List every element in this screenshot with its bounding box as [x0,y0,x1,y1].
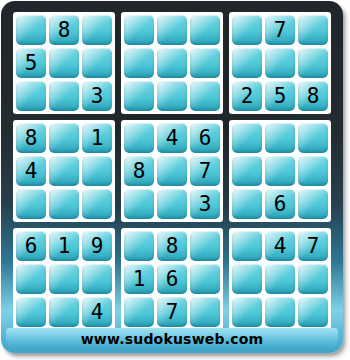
cell-r5c3[interactable] [82,156,112,186]
box-2 [121,12,223,114]
cell-r9c8[interactable] [265,297,295,327]
cell-r7c4[interactable] [124,231,154,261]
box-5: 46873 [121,120,223,222]
box-3: 7258 [229,12,331,114]
cell-r3c3[interactable]: 3 [82,81,112,111]
cell-r3c8[interactable]: 5 [265,81,295,111]
cell-r7c7[interactable] [232,231,262,261]
cell-r8c6[interactable] [190,264,220,294]
cell-r7c1[interactable]: 6 [16,231,46,261]
cell-r1c2[interactable]: 8 [49,15,79,45]
cell-r7c5[interactable]: 8 [157,231,187,261]
cell-r4c2[interactable] [49,123,79,153]
cell-r4c3[interactable]: 1 [82,123,112,153]
sudoku-page: 85372588144687366194816747 www.sudokuswe… [0,0,350,360]
cell-r1c5[interactable] [157,15,187,45]
cell-r5c5[interactable] [157,156,187,186]
cell-r6c1[interactable] [16,189,46,219]
cell-r8c4[interactable]: 1 [124,264,154,294]
box-9: 47 [229,228,331,330]
cell-r4c7[interactable] [232,123,262,153]
cell-r4c8[interactable] [265,123,295,153]
cell-r6c5[interactable] [157,189,187,219]
cell-r7c3[interactable]: 9 [82,231,112,261]
cell-r9c5[interactable]: 7 [157,297,187,327]
cell-r6c9[interactable] [298,189,328,219]
cell-r1c6[interactable] [190,15,220,45]
cell-r4c1[interactable]: 8 [16,123,46,153]
cell-r6c2[interactable] [49,189,79,219]
box-4: 814 [13,120,115,222]
cell-r9c9[interactable] [298,297,328,327]
cell-r3c1[interactable] [16,81,46,111]
cell-r9c7[interactable] [232,297,262,327]
cell-r5c7[interactable] [232,156,262,186]
cell-r1c9[interactable] [298,15,328,45]
cell-r8c8[interactable] [265,264,295,294]
cell-r7c9[interactable]: 7 [298,231,328,261]
cell-r1c4[interactable] [124,15,154,45]
box-6: 6 [229,120,331,222]
cell-r9c6[interactable] [190,297,220,327]
cell-r5c6[interactable]: 7 [190,156,220,186]
cell-r3c2[interactable] [49,81,79,111]
cell-r9c1[interactable] [16,297,46,327]
cell-r3c7[interactable]: 2 [232,81,262,111]
cell-r6c4[interactable] [124,189,154,219]
cell-r2c4[interactable] [124,48,154,78]
cell-r1c7[interactable] [232,15,262,45]
footer-link[interactable]: www.sudokusweb.com [81,331,264,347]
cell-r2c8[interactable] [265,48,295,78]
cell-r2c7[interactable] [232,48,262,78]
box-8: 8167 [121,228,223,330]
cell-r5c9[interactable] [298,156,328,186]
cell-r2c6[interactable] [190,48,220,78]
cell-r1c3[interactable] [82,15,112,45]
cell-r8c7[interactable] [232,264,262,294]
cell-r2c2[interactable] [49,48,79,78]
sudoku-grid: 85372588144687366194816747 [13,12,331,330]
cell-r5c8[interactable] [265,156,295,186]
cell-r1c1[interactable] [16,15,46,45]
cell-r6c6[interactable]: 3 [190,189,220,219]
cell-r6c7[interactable] [232,189,262,219]
cell-r5c1[interactable]: 4 [16,156,46,186]
cell-r9c3[interactable]: 4 [82,297,112,327]
cell-r3c9[interactable]: 8 [298,81,328,111]
footer-band: www.sudokusweb.com [6,328,338,350]
cell-r4c6[interactable]: 6 [190,123,220,153]
cell-r7c6[interactable] [190,231,220,261]
cell-r2c3[interactable] [82,48,112,78]
cell-r2c9[interactable] [298,48,328,78]
cell-r5c2[interactable] [49,156,79,186]
cell-r8c9[interactable] [298,264,328,294]
cell-r4c5[interactable]: 4 [157,123,187,153]
cell-r3c6[interactable] [190,81,220,111]
box-1: 853 [13,12,115,114]
cell-r5c4[interactable]: 8 [124,156,154,186]
cell-r1c8[interactable]: 7 [265,15,295,45]
box-7: 6194 [13,228,115,330]
cell-r4c9[interactable] [298,123,328,153]
cell-r8c2[interactable] [49,264,79,294]
cell-r9c2[interactable] [49,297,79,327]
cell-r9c4[interactable] [124,297,154,327]
cell-r2c5[interactable] [157,48,187,78]
cell-r6c8[interactable]: 6 [265,189,295,219]
cell-r8c3[interactable] [82,264,112,294]
sudoku-board: 85372588144687366194816747 www.sudokuswe… [1,1,343,353]
cell-r8c1[interactable] [16,264,46,294]
cell-r2c1[interactable]: 5 [16,48,46,78]
cell-r4c4[interactable] [124,123,154,153]
cell-r3c5[interactable] [157,81,187,111]
cell-r7c2[interactable]: 1 [49,231,79,261]
cell-r7c8[interactable]: 4 [265,231,295,261]
cell-r8c5[interactable]: 6 [157,264,187,294]
cell-r3c4[interactable] [124,81,154,111]
cell-r6c3[interactable] [82,189,112,219]
